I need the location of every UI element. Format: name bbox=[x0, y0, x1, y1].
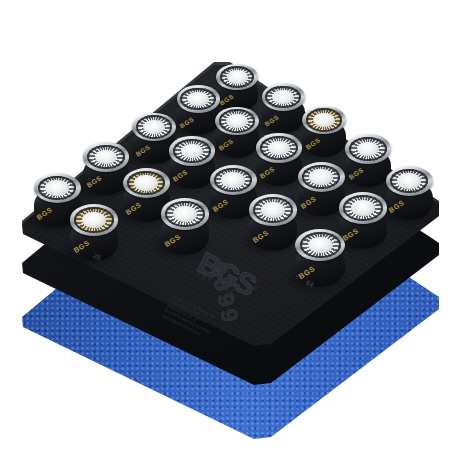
socket: BGS bbox=[249, 194, 298, 252]
socket-bore-center bbox=[45, 180, 69, 195]
socket: BGS bbox=[256, 133, 302, 188]
socket-bore-center bbox=[261, 202, 285, 218]
socket-bore-center bbox=[226, 114, 248, 128]
socket: BGS bbox=[295, 229, 345, 289]
socket: BGS bbox=[339, 192, 388, 250]
socket: BGS bbox=[386, 166, 433, 222]
socket-bore-center bbox=[221, 172, 245, 187]
socket: BGS bbox=[169, 136, 215, 191]
socket-bore-center bbox=[227, 70, 248, 83]
socket-bore-center bbox=[309, 169, 333, 184]
socket: BGS bbox=[298, 162, 345, 218]
socket-bore-center bbox=[187, 92, 209, 106]
socket-bore-center bbox=[134, 175, 158, 190]
socket-bore-center bbox=[397, 173, 421, 188]
socket: BGS bbox=[262, 83, 305, 135]
socket-bore-center bbox=[313, 113, 335, 127]
product-photo: BGS® TECHNIC 9099 Hergestellt für/Made f… bbox=[0, 0, 470, 470]
socket: BGS bbox=[345, 134, 391, 189]
socket: BGS bbox=[177, 85, 220, 137]
socket: BGS bbox=[215, 107, 259, 160]
socket-bore-center bbox=[82, 212, 106, 228]
socket-bore-center bbox=[173, 206, 197, 222]
socket-bore-center bbox=[308, 237, 333, 253]
socket-bore-center bbox=[143, 120, 165, 134]
socket-bore-center bbox=[272, 90, 294, 104]
socket: BGS bbox=[161, 198, 210, 256]
socket: BGS bbox=[302, 106, 346, 159]
socket-bore-center bbox=[351, 200, 375, 216]
